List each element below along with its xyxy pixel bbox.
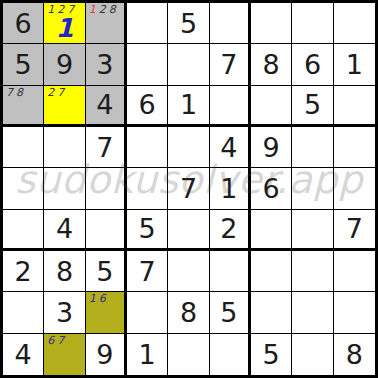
given-digit: 7 xyxy=(220,51,237,78)
cell-r2c5[interactable] xyxy=(168,44,209,85)
given-digit: 5 xyxy=(180,10,197,37)
given-digit: 5 xyxy=(15,51,32,78)
cell-r7c8[interactable] xyxy=(292,251,333,292)
cell-r4c1[interactable] xyxy=(3,127,44,168)
cell-r1c5[interactable]: 5 xyxy=(168,3,209,44)
cell-r2c2[interactable]: 9 xyxy=(44,44,85,85)
cell-r8c8[interactable] xyxy=(292,292,333,333)
cell-r2c3[interactable]: 3 xyxy=(86,44,127,85)
cell-r9c2[interactable]: 67 xyxy=(44,334,85,375)
cell-r2c6[interactable]: 7 xyxy=(210,44,251,85)
cell-r6c7[interactable] xyxy=(251,210,292,251)
cell-r8c9[interactable] xyxy=(334,292,375,333)
pencil-marks: 78 xyxy=(6,87,42,100)
cell-r2c9[interactable]: 1 xyxy=(334,44,375,85)
cell-r5c9[interactable] xyxy=(334,168,375,209)
given-digit: 1 xyxy=(220,175,237,202)
cell-r8c3[interactable]: 16 xyxy=(86,292,127,333)
cell-r6c3[interactable] xyxy=(86,210,127,251)
cell-r4c9[interactable] xyxy=(334,127,375,168)
cell-r1c3[interactable]: 128 xyxy=(86,3,127,44)
given-digit: 1 xyxy=(180,91,197,118)
cell-r1c2[interactable]: 1271 xyxy=(44,3,85,44)
cell-r1c6[interactable] xyxy=(210,3,251,44)
cell-r1c7[interactable] xyxy=(251,3,292,44)
cell-r5c6[interactable]: 1 xyxy=(210,168,251,209)
cell-r1c9[interactable] xyxy=(334,3,375,44)
cell-r3c5[interactable]: 1 xyxy=(168,86,209,127)
sudoku-puzzle: 6127112855937861782746157497164527285731… xyxy=(0,0,378,378)
cell-r5c2[interactable] xyxy=(44,168,85,209)
cell-r3c3[interactable]: 4 xyxy=(86,86,127,127)
cell-r6c6[interactable]: 2 xyxy=(210,210,251,251)
cell-r7c4[interactable]: 7 xyxy=(127,251,168,292)
given-digit: 1 xyxy=(346,51,363,78)
cell-r6c8[interactable] xyxy=(292,210,333,251)
cell-r9c7[interactable]: 5 xyxy=(251,334,292,375)
pencil-marks: 67 xyxy=(47,335,83,348)
given-digit: 7 xyxy=(346,215,363,242)
cell-r1c8[interactable] xyxy=(292,3,333,44)
given-digit: 2 xyxy=(15,258,32,285)
pencil-marks: 27 xyxy=(47,87,83,100)
cell-r9c6[interactable] xyxy=(210,334,251,375)
given-digit: 6 xyxy=(139,91,156,118)
pencil-marks: 16 xyxy=(89,293,123,306)
cell-r3c1[interactable]: 78 xyxy=(3,86,44,127)
cell-r4c2[interactable] xyxy=(44,127,85,168)
cell-r7c6[interactable] xyxy=(210,251,251,292)
cell-r4c7[interactable]: 9 xyxy=(251,127,292,168)
given-digit: 8 xyxy=(346,341,363,368)
cell-r9c9[interactable]: 8 xyxy=(334,334,375,375)
cell-r3c9[interactable] xyxy=(334,86,375,127)
cell-r5c5[interactable]: 7 xyxy=(168,168,209,209)
cell-r5c4[interactable] xyxy=(127,168,168,209)
given-digit: 6 xyxy=(263,175,280,202)
cell-r2c7[interactable]: 8 xyxy=(251,44,292,85)
cell-r4c4[interactable] xyxy=(127,127,168,168)
given-digit: 6 xyxy=(15,10,32,37)
given-digit: 3 xyxy=(56,299,73,326)
pencil-marks: 128 xyxy=(89,4,123,17)
given-digit: 7 xyxy=(180,175,197,202)
cell-r5c7[interactable]: 6 xyxy=(251,168,292,209)
cell-r2c4[interactable] xyxy=(127,44,168,85)
given-digit: 3 xyxy=(96,51,113,78)
cell-r2c1[interactable]: 5 xyxy=(3,44,44,85)
cell-r3c7[interactable] xyxy=(251,86,292,127)
pencil-marks: 127 xyxy=(47,4,83,17)
given-digit: 5 xyxy=(220,299,237,326)
given-digit: 8 xyxy=(180,299,197,326)
cell-r6c1[interactable] xyxy=(3,210,44,251)
cell-r5c8[interactable] xyxy=(292,168,333,209)
cell-r8c2[interactable]: 3 xyxy=(44,292,85,333)
given-digit: 9 xyxy=(56,51,73,78)
given-digit: 7 xyxy=(139,258,156,285)
given-digit: 6 xyxy=(304,51,321,78)
given-digit: 1 xyxy=(139,341,156,368)
cell-r8c5[interactable]: 8 xyxy=(168,292,209,333)
given-digit: 8 xyxy=(56,258,73,285)
given-digit: 7 xyxy=(96,134,113,161)
given-digit: 9 xyxy=(263,134,280,161)
cell-r7c1[interactable]: 2 xyxy=(3,251,44,292)
given-digit: 2 xyxy=(220,215,237,242)
given-digit: 5 xyxy=(304,91,321,118)
cell-r3c8[interactable]: 5 xyxy=(292,86,333,127)
cell-r4c3[interactable]: 7 xyxy=(86,127,127,168)
given-digit: 9 xyxy=(96,341,113,368)
given-digit: 5 xyxy=(96,258,113,285)
given-digit: 4 xyxy=(96,91,113,118)
cell-r5c3[interactable] xyxy=(86,168,127,209)
cell-r3c4[interactable]: 6 xyxy=(127,86,168,127)
cell-r2c8[interactable]: 6 xyxy=(292,44,333,85)
given-digit: 4 xyxy=(56,215,73,242)
cell-r6c4[interactable]: 5 xyxy=(127,210,168,251)
cell-r4c6[interactable]: 4 xyxy=(210,127,251,168)
cell-r9c5[interactable] xyxy=(168,334,209,375)
cell-r9c1[interactable]: 4 xyxy=(3,334,44,375)
cell-r8c7[interactable] xyxy=(251,292,292,333)
cell-r7c9[interactable] xyxy=(334,251,375,292)
given-digit: 4 xyxy=(220,134,237,161)
cell-r4c5[interactable] xyxy=(168,127,209,168)
given-digit: 5 xyxy=(139,215,156,242)
given-digit: 4 xyxy=(15,341,32,368)
cell-r4c8[interactable] xyxy=(292,127,333,168)
cell-r8c6[interactable]: 5 xyxy=(210,292,251,333)
cell-r1c4[interactable] xyxy=(127,3,168,44)
cell-r9c3[interactable]: 9 xyxy=(86,334,127,375)
sudoku-board: 6127112855937861782746157497164527285731… xyxy=(0,0,378,378)
cell-r8c1[interactable] xyxy=(3,292,44,333)
given-digit: 8 xyxy=(263,51,280,78)
cell-r3c2[interactable]: 27 xyxy=(44,86,85,127)
cell-r7c2[interactable]: 8 xyxy=(44,251,85,292)
cell-r6c5[interactable] xyxy=(168,210,209,251)
cell-r7c7[interactable] xyxy=(251,251,292,292)
cell-r5c1[interactable] xyxy=(3,168,44,209)
solved-digit: 1 xyxy=(55,15,73,41)
cell-r9c4[interactable]: 1 xyxy=(127,334,168,375)
cell-r8c4[interactable] xyxy=(127,292,168,333)
cell-r3c6[interactable] xyxy=(210,86,251,127)
cell-r7c5[interactable] xyxy=(168,251,209,292)
cell-r6c2[interactable]: 4 xyxy=(44,210,85,251)
cell-r9c8[interactable] xyxy=(292,334,333,375)
cell-r7c3[interactable]: 5 xyxy=(86,251,127,292)
given-digit: 5 xyxy=(263,341,280,368)
cell-r1c1[interactable]: 6 xyxy=(3,3,44,44)
cell-r6c9[interactable]: 7 xyxy=(334,210,375,251)
